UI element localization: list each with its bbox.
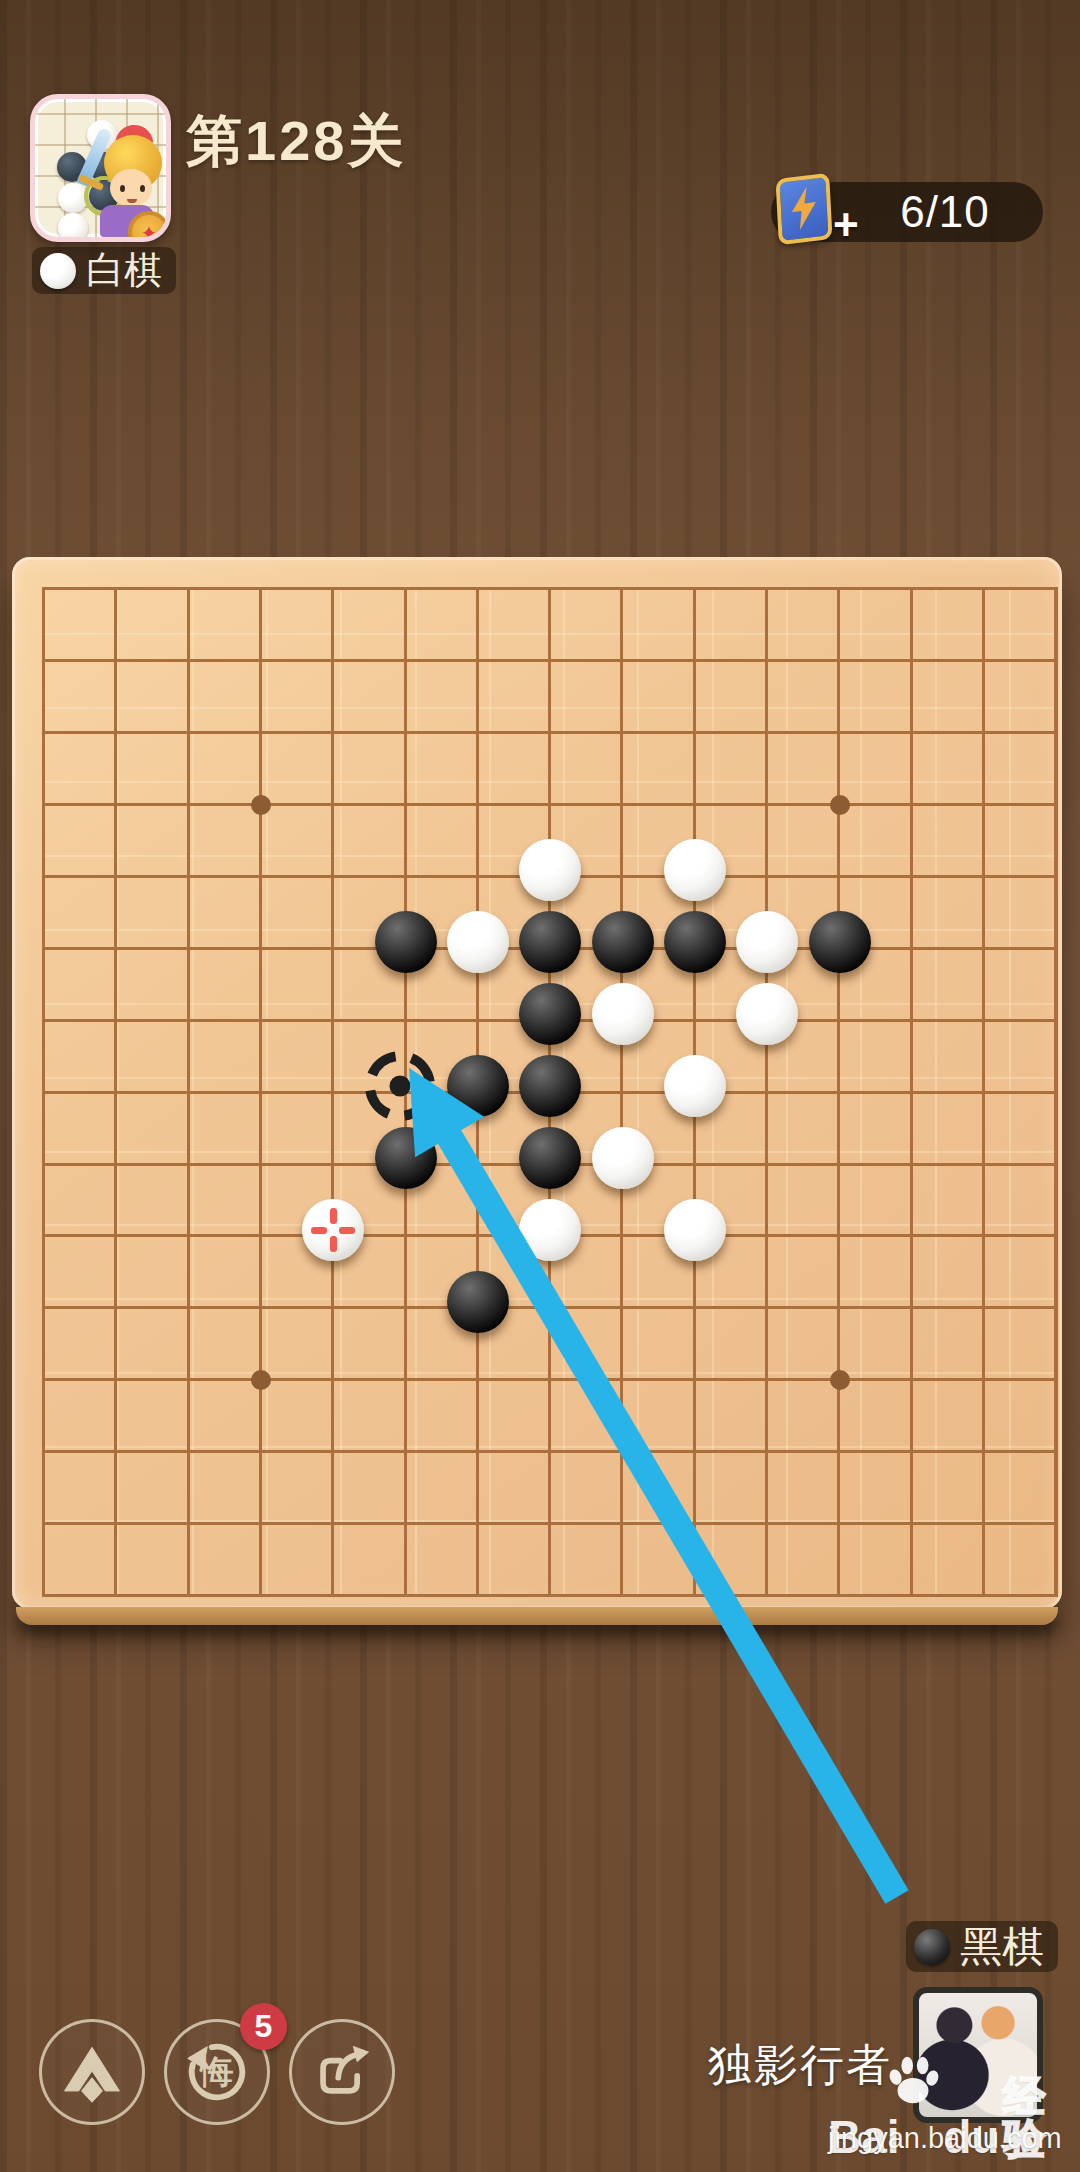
stone-white: [664, 1199, 726, 1261]
stone-black: [447, 1055, 509, 1117]
star-point: [251, 795, 271, 815]
level-title: 第128关: [186, 104, 406, 180]
share-icon: [306, 2036, 378, 2108]
opponent-side-text: 黑棋: [960, 1919, 1044, 1975]
star-point: [251, 1370, 271, 1390]
suggested-move-target[interactable]: [356, 1042, 444, 1130]
warrior-eye: [140, 185, 145, 192]
stone-white: [664, 1055, 726, 1117]
shield-icon: ✦: [128, 211, 170, 242]
undo-label: 悔: [201, 2050, 234, 2095]
stone-white: [302, 1199, 364, 1261]
share-button[interactable]: [289, 2019, 395, 2125]
opponent-side-label: 黑棋: [906, 1921, 1058, 1972]
stone-black: [375, 911, 437, 973]
stone-black: [519, 1055, 581, 1117]
baidu-paw-icon: [884, 2052, 942, 2110]
energy-plus-icon[interactable]: +: [833, 200, 859, 250]
stone-black: [375, 1127, 437, 1189]
level-app-icon: ✦: [30, 94, 171, 242]
warrior-eye: [120, 185, 125, 192]
board-edge: [16, 1607, 1058, 1625]
player-side-label: 白棋: [32, 247, 176, 294]
warrior-character: ✦: [70, 119, 166, 237]
stone-black: [519, 1127, 581, 1189]
stone-black: [447, 1271, 509, 1333]
stone-white: [592, 1127, 654, 1189]
last-move-cross-marker: [311, 1208, 355, 1252]
star-point: [830, 1370, 850, 1390]
white-stone-icon: [40, 253, 76, 289]
undo-count-badge: 5: [240, 2003, 287, 2050]
energy-counter[interactable]: + 6/10: [771, 182, 1043, 242]
player-side-text: 白棋: [86, 245, 162, 296]
star-point: [830, 795, 850, 815]
chevron-up-icon: [56, 2036, 128, 2108]
menu-button[interactable]: [39, 2019, 145, 2125]
app-screen: ✦ 第128关 白棋 + 6/10 悔 5: [0, 0, 1080, 2172]
stone-white: [592, 983, 654, 1045]
energy-count: 6/10: [900, 187, 990, 237]
lightning-bolt-icon: [787, 184, 821, 232]
stone-white: [447, 911, 509, 973]
stone-white: [519, 1199, 581, 1261]
stone-white: [664, 839, 726, 901]
stone-black: [664, 911, 726, 973]
gomoku-board[interactable]: [12, 557, 1062, 1609]
energy-card-icon: [775, 173, 832, 246]
stone-black: [809, 911, 871, 973]
stone-black: [592, 911, 654, 973]
black-stone-icon: [914, 1929, 950, 1965]
baidu-site-url: jingyan.baidu.com: [828, 2122, 1044, 2155]
